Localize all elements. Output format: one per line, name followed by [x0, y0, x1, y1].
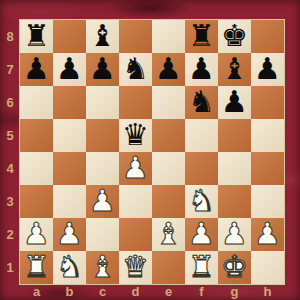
piece-black-pawn[interactable]: ♟ — [23, 54, 50, 84]
piece-white-queen[interactable]: ♛ — [122, 252, 149, 282]
file-label-e: e — [152, 284, 185, 300]
piece-black-pawn[interactable]: ♟ — [188, 54, 215, 84]
square-a3[interactable] — [20, 185, 53, 218]
file-label-h: h — [251, 284, 284, 300]
square-c7[interactable]: ♟ — [86, 53, 119, 86]
square-g2[interactable]: ♟ — [218, 218, 251, 251]
piece-white-pawn[interactable]: ♟ — [188, 219, 215, 249]
square-f8[interactable]: ♜ — [185, 20, 218, 53]
piece-white-pawn[interactable]: ♟ — [23, 219, 50, 249]
square-f7[interactable]: ♟ — [185, 53, 218, 86]
rank-label-7: 7 — [0, 53, 20, 86]
piece-black-knight[interactable]: ♞ — [122, 54, 149, 84]
piece-black-knight[interactable]: ♞ — [188, 87, 215, 117]
board-frame: ♜♝♜♚♟♟♟♞♟♟♝♟♞♟♛♟♟♞♟♟♝♟♟♟♜♞♝♛♜♚ 87654321a… — [0, 0, 300, 300]
square-h5[interactable] — [251, 119, 284, 152]
square-c3[interactable]: ♟ — [86, 185, 119, 218]
piece-white-pawn[interactable]: ♟ — [122, 153, 149, 183]
square-b6[interactable] — [53, 86, 86, 119]
piece-black-bishop[interactable]: ♝ — [221, 54, 248, 84]
piece-white-pawn[interactable]: ♟ — [89, 186, 116, 216]
square-h4[interactable] — [251, 152, 284, 185]
square-d8[interactable] — [119, 20, 152, 53]
square-b7[interactable]: ♟ — [53, 53, 86, 86]
file-label-g: g — [218, 284, 251, 300]
square-g8[interactable]: ♚ — [218, 20, 251, 53]
square-e4[interactable] — [152, 152, 185, 185]
piece-black-pawn[interactable]: ♟ — [221, 87, 248, 117]
square-h3[interactable] — [251, 185, 284, 218]
square-h1[interactable] — [251, 251, 284, 284]
piece-black-rook[interactable]: ♜ — [23, 21, 50, 51]
square-d7[interactable]: ♞ — [119, 53, 152, 86]
square-c5[interactable] — [86, 119, 119, 152]
square-g4[interactable] — [218, 152, 251, 185]
square-e6[interactable] — [152, 86, 185, 119]
rank-label-1: 1 — [0, 251, 20, 284]
piece-black-pawn[interactable]: ♟ — [155, 54, 182, 84]
square-c4[interactable] — [86, 152, 119, 185]
square-e7[interactable]: ♟ — [152, 53, 185, 86]
piece-black-queen[interactable]: ♛ — [122, 120, 149, 150]
square-b4[interactable] — [53, 152, 86, 185]
square-e8[interactable] — [152, 20, 185, 53]
square-d1[interactable]: ♛ — [119, 251, 152, 284]
square-e2[interactable]: ♝ — [152, 218, 185, 251]
file-label-d: d — [119, 284, 152, 300]
piece-black-king[interactable]: ♚ — [221, 21, 248, 51]
square-f6[interactable]: ♞ — [185, 86, 218, 119]
piece-black-rook[interactable]: ♜ — [188, 21, 215, 51]
file-label-c: c — [86, 284, 119, 300]
piece-black-pawn[interactable]: ♟ — [89, 54, 116, 84]
square-b1[interactable]: ♞ — [53, 251, 86, 284]
piece-black-bishop[interactable]: ♝ — [89, 21, 116, 51]
chess-board: ♜♝♜♚♟♟♟♞♟♟♝♟♞♟♛♟♟♞♟♟♝♟♟♟♜♞♝♛♜♚ — [20, 20, 284, 284]
rank-label-8: 8 — [0, 20, 20, 53]
piece-white-knight[interactable]: ♞ — [188, 186, 215, 216]
square-b8[interactable] — [53, 20, 86, 53]
square-c2[interactable] — [86, 218, 119, 251]
square-d4[interactable]: ♟ — [119, 152, 152, 185]
square-f4[interactable] — [185, 152, 218, 185]
square-h7[interactable]: ♟ — [251, 53, 284, 86]
square-g5[interactable] — [218, 119, 251, 152]
square-b5[interactable] — [53, 119, 86, 152]
square-d6[interactable] — [119, 86, 152, 119]
square-d5[interactable]: ♛ — [119, 119, 152, 152]
piece-black-pawn[interactable]: ♟ — [254, 54, 281, 84]
square-a7[interactable]: ♟ — [20, 53, 53, 86]
square-b3[interactable] — [53, 185, 86, 218]
piece-white-knight[interactable]: ♞ — [56, 252, 83, 282]
square-c8[interactable]: ♝ — [86, 20, 119, 53]
square-a4[interactable] — [20, 152, 53, 185]
rank-label-4: 4 — [0, 152, 20, 185]
square-d2[interactable] — [119, 218, 152, 251]
piece-white-bishop[interactable]: ♝ — [89, 252, 116, 282]
square-f5[interactable] — [185, 119, 218, 152]
square-f2[interactable]: ♟ — [185, 218, 218, 251]
square-f3[interactable]: ♞ — [185, 185, 218, 218]
rank-label-6: 6 — [0, 86, 20, 119]
rank-label-3: 3 — [0, 185, 20, 218]
square-a8[interactable]: ♜ — [20, 20, 53, 53]
square-a2[interactable]: ♟ — [20, 218, 53, 251]
rank-label-5: 5 — [0, 119, 20, 152]
square-c6[interactable] — [86, 86, 119, 119]
square-e1[interactable] — [152, 251, 185, 284]
square-d3[interactable] — [119, 185, 152, 218]
piece-white-king[interactable]: ♚ — [221, 252, 248, 282]
piece-white-pawn[interactable]: ♟ — [254, 219, 281, 249]
file-label-b: b — [53, 284, 86, 300]
square-g7[interactable]: ♝ — [218, 53, 251, 86]
square-g6[interactable]: ♟ — [218, 86, 251, 119]
square-a1[interactable]: ♜ — [20, 251, 53, 284]
piece-white-rook[interactable]: ♜ — [23, 252, 50, 282]
piece-white-bishop[interactable]: ♝ — [155, 219, 182, 249]
file-label-f: f — [185, 284, 218, 300]
square-a5[interactable] — [20, 119, 53, 152]
square-g3[interactable] — [218, 185, 251, 218]
rank-label-2: 2 — [0, 218, 20, 251]
square-e3[interactable] — [152, 185, 185, 218]
piece-black-pawn[interactable]: ♟ — [56, 54, 83, 84]
piece-white-pawn[interactable]: ♟ — [221, 219, 248, 249]
square-h6[interactable] — [251, 86, 284, 119]
square-f1[interactable]: ♜ — [185, 251, 218, 284]
square-e5[interactable] — [152, 119, 185, 152]
square-h8[interactable] — [251, 20, 284, 53]
file-label-a: a — [20, 284, 53, 300]
square-g1[interactable]: ♚ — [218, 251, 251, 284]
square-h2[interactable]: ♟ — [251, 218, 284, 251]
square-a6[interactable] — [20, 86, 53, 119]
square-b2[interactable]: ♟ — [53, 218, 86, 251]
piece-white-pawn[interactable]: ♟ — [56, 219, 83, 249]
square-c1[interactable]: ♝ — [86, 251, 119, 284]
piece-white-rook[interactable]: ♜ — [188, 252, 215, 282]
